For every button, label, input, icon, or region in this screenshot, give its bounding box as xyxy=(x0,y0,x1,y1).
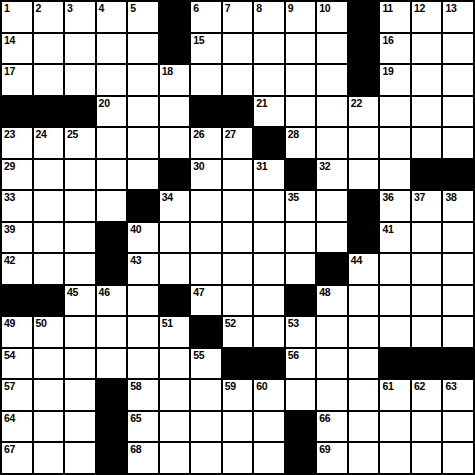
black-cell-r6c6 xyxy=(160,160,190,190)
cell-r3c15[interactable] xyxy=(443,65,473,95)
clue-number: 7 xyxy=(225,2,231,14)
cell-r6c8[interactable] xyxy=(223,160,253,190)
cell-r5c10[interactable]: 28 xyxy=(286,128,316,158)
cell-r13c8[interactable]: 59 xyxy=(223,380,253,410)
clue-number: 58 xyxy=(130,380,141,392)
black-cell-r14c10 xyxy=(286,412,316,442)
cell-r14c7[interactable] xyxy=(191,412,221,442)
clue-number: 48 xyxy=(319,286,330,298)
cell-r9c13[interactable] xyxy=(380,254,410,284)
cell-r8c9[interactable] xyxy=(254,223,284,253)
clue-number: 52 xyxy=(225,317,236,329)
cell-r2c10[interactable] xyxy=(286,34,316,64)
cell-r1c5[interactable]: 5 xyxy=(128,2,158,32)
cell-r15c1[interactable]: 67 xyxy=(2,443,32,473)
black-cell-r15c4 xyxy=(97,443,127,473)
cell-r9c6[interactable] xyxy=(160,254,190,284)
black-cell-r6c14 xyxy=(412,160,442,190)
cell-r3c7[interactable] xyxy=(191,65,221,95)
clue-number: 69 xyxy=(319,443,330,455)
clue-number: 22 xyxy=(351,97,362,109)
cell-r5c7[interactable]: 26 xyxy=(191,128,221,158)
black-cell-r13c4 xyxy=(97,380,127,410)
cell-r9c5[interactable]: 43 xyxy=(128,254,158,284)
clue-number: 41 xyxy=(382,223,393,235)
cell-r7c3[interactable] xyxy=(65,191,95,221)
clue-number: 62 xyxy=(414,380,425,392)
cell-r14c8[interactable] xyxy=(223,412,253,442)
black-cell-r7c5 xyxy=(128,191,158,221)
cell-r2c9[interactable] xyxy=(254,34,284,64)
cell-r7c8[interactable] xyxy=(223,191,253,221)
cell-r10c8[interactable] xyxy=(223,286,253,316)
cell-r1c14[interactable]: 12 xyxy=(412,2,442,32)
black-cell-r10c2 xyxy=(34,286,64,316)
cell-r13c1[interactable]: 57 xyxy=(2,380,32,410)
cell-r13c3[interactable] xyxy=(65,380,95,410)
cell-r7c1[interactable]: 33 xyxy=(2,191,32,221)
black-cell-r10c1 xyxy=(2,286,32,316)
cell-r14c6[interactable] xyxy=(160,412,190,442)
black-cell-r12c8 xyxy=(223,349,253,379)
cell-r15c5[interactable]: 68 xyxy=(128,443,158,473)
clue-number: 16 xyxy=(382,34,393,46)
cell-r8c6[interactable] xyxy=(160,223,190,253)
cell-r4c9[interactable]: 21 xyxy=(254,97,284,127)
clue-number: 18 xyxy=(162,65,173,77)
cell-r3c6[interactable]: 18 xyxy=(160,65,190,95)
cell-r2c7[interactable]: 15 xyxy=(191,34,221,64)
cell-r6c7[interactable]: 30 xyxy=(191,160,221,190)
clue-number: 35 xyxy=(288,191,299,203)
cell-r9c10[interactable] xyxy=(286,254,316,284)
cell-r3c14[interactable] xyxy=(412,65,442,95)
cell-r4c5[interactable] xyxy=(128,97,158,127)
clue-number: 29 xyxy=(4,160,15,172)
cell-r6c2[interactable] xyxy=(34,160,64,190)
cell-r10c3[interactable]: 45 xyxy=(65,286,95,316)
cell-r10c4[interactable]: 46 xyxy=(97,286,127,316)
cell-r13c13[interactable]: 61 xyxy=(380,380,410,410)
cell-r12c4[interactable] xyxy=(97,349,127,379)
cell-r3c2[interactable] xyxy=(34,65,64,95)
cell-r14c13[interactable] xyxy=(380,412,410,442)
cell-r14c11[interactable]: 66 xyxy=(317,412,347,442)
black-cell-r1c12 xyxy=(349,2,379,32)
clue-number: 68 xyxy=(130,443,141,455)
cell-r15c15[interactable] xyxy=(443,443,473,473)
cell-r12c3[interactable] xyxy=(65,349,95,379)
clue-number: 19 xyxy=(382,65,393,77)
cell-r14c3[interactable] xyxy=(65,412,95,442)
cell-r7c13[interactable]: 36 xyxy=(380,191,410,221)
clue-number: 64 xyxy=(4,412,15,424)
black-cell-r11c7 xyxy=(191,317,221,347)
black-cell-r4c8 xyxy=(223,97,253,127)
black-cell-r7c12 xyxy=(349,191,379,221)
clue-number: 36 xyxy=(382,191,393,203)
cell-r1c7[interactable]: 6 xyxy=(191,2,221,32)
cell-r13c9[interactable]: 60 xyxy=(254,380,284,410)
clue-number: 10 xyxy=(319,2,330,14)
cell-r7c2[interactable] xyxy=(34,191,64,221)
cell-r8c13[interactable]: 41 xyxy=(380,223,410,253)
clue-number: 12 xyxy=(414,2,425,14)
cell-r8c7[interactable] xyxy=(191,223,221,253)
clue-number: 26 xyxy=(193,128,204,140)
cell-r10c15[interactable] xyxy=(443,286,473,316)
clue-number: 60 xyxy=(256,380,267,392)
cell-r15c6[interactable] xyxy=(160,443,190,473)
black-cell-r4c2 xyxy=(34,97,64,127)
clue-number: 31 xyxy=(256,160,267,172)
cell-r14c12[interactable] xyxy=(349,412,379,442)
cell-r12c10[interactable]: 56 xyxy=(286,349,316,379)
cell-r15c8[interactable] xyxy=(223,443,253,473)
cell-r5c11[interactable] xyxy=(317,128,347,158)
clue-number: 38 xyxy=(445,191,456,203)
cell-r6c13[interactable] xyxy=(380,160,410,190)
cell-r6c5[interactable] xyxy=(128,160,158,190)
cell-r13c2[interactable] xyxy=(34,380,64,410)
clue-number: 27 xyxy=(225,128,236,140)
cell-r5c13[interactable] xyxy=(380,128,410,158)
clue-number: 56 xyxy=(288,349,299,361)
cell-r11c2[interactable]: 50 xyxy=(34,317,64,347)
cell-r3c1[interactable]: 17 xyxy=(2,65,32,95)
clue-number: 65 xyxy=(130,412,141,424)
cell-r12c12[interactable] xyxy=(349,349,379,379)
cell-r11c12[interactable] xyxy=(349,317,379,347)
cell-r11c11[interactable] xyxy=(317,317,347,347)
cell-r8c14[interactable] xyxy=(412,223,442,253)
cell-r6c4[interactable] xyxy=(97,160,127,190)
cell-r3c4[interactable] xyxy=(97,65,127,95)
cell-r1c1[interactable]: 1 xyxy=(2,2,32,32)
clue-number: 11 xyxy=(382,2,393,14)
cell-r1c10[interactable]: 9 xyxy=(286,2,316,32)
black-cell-r6c15 xyxy=(443,160,473,190)
cell-r7c11[interactable] xyxy=(317,191,347,221)
clue-number: 66 xyxy=(319,412,330,424)
cell-r5c3[interactable]: 25 xyxy=(65,128,95,158)
black-cell-r12c15 xyxy=(443,349,473,379)
clue-number: 5 xyxy=(130,2,136,14)
clue-number: 30 xyxy=(193,160,204,172)
cell-r3c9[interactable] xyxy=(254,65,284,95)
clue-number: 61 xyxy=(382,380,393,392)
cell-r12c5[interactable] xyxy=(128,349,158,379)
cell-r11c14[interactable] xyxy=(412,317,442,347)
cell-r2c8[interactable] xyxy=(223,34,253,64)
clue-number: 39 xyxy=(4,223,15,235)
black-cell-r15c10 xyxy=(286,443,316,473)
clue-number: 46 xyxy=(99,286,110,298)
cell-r5c8[interactable]: 27 xyxy=(223,128,253,158)
cell-r11c13[interactable] xyxy=(380,317,410,347)
cell-r6c1[interactable]: 29 xyxy=(2,160,32,190)
cell-r5c6[interactable] xyxy=(160,128,190,158)
cell-r3c10[interactable] xyxy=(286,65,316,95)
cell-r2c15[interactable] xyxy=(443,34,473,64)
cell-r10c14[interactable] xyxy=(412,286,442,316)
cell-r15c13[interactable] xyxy=(380,443,410,473)
black-cell-r3c12 xyxy=(349,65,379,95)
cell-r1c11[interactable]: 10 xyxy=(317,2,347,32)
black-cell-r10c6 xyxy=(160,286,190,316)
cell-r3c11[interactable] xyxy=(317,65,347,95)
cell-r9c12[interactable]: 44 xyxy=(349,254,379,284)
cell-r11c15[interactable] xyxy=(443,317,473,347)
cell-r7c4[interactable] xyxy=(97,191,127,221)
clue-number: 6 xyxy=(193,2,199,14)
cell-r2c4[interactable] xyxy=(97,34,127,64)
clue-number: 45 xyxy=(67,286,78,298)
cell-r6c11[interactable]: 32 xyxy=(317,160,347,190)
cell-r15c14[interactable] xyxy=(412,443,442,473)
cell-r2c5[interactable] xyxy=(128,34,158,64)
black-cell-r2c6 xyxy=(160,34,190,64)
clue-number: 53 xyxy=(288,317,299,329)
cell-r7c9[interactable] xyxy=(254,191,284,221)
cell-r11c8[interactable]: 52 xyxy=(223,317,253,347)
cell-r8c15[interactable] xyxy=(443,223,473,253)
black-cell-r5c9 xyxy=(254,128,284,158)
cell-r10c11[interactable]: 48 xyxy=(317,286,347,316)
clue-number: 17 xyxy=(4,65,15,77)
cell-r4c10[interactable] xyxy=(286,97,316,127)
cell-r10c9[interactable] xyxy=(254,286,284,316)
black-cell-r14c4 xyxy=(97,412,127,442)
clue-number: 59 xyxy=(225,380,236,392)
clue-number: 32 xyxy=(319,160,330,172)
cell-r12c1[interactable]: 54 xyxy=(2,349,32,379)
clue-number: 2 xyxy=(36,2,42,14)
clue-number: 42 xyxy=(4,254,15,266)
black-cell-r12c9 xyxy=(254,349,284,379)
cell-r5c4[interactable] xyxy=(97,128,127,158)
cell-r14c9[interactable] xyxy=(254,412,284,442)
cell-r9c1[interactable]: 42 xyxy=(2,254,32,284)
cell-r5c15[interactable] xyxy=(443,128,473,158)
clue-number: 13 xyxy=(445,2,456,14)
cell-r15c9[interactable] xyxy=(254,443,284,473)
cell-r8c3[interactable] xyxy=(65,223,95,253)
cell-r4c14[interactable] xyxy=(412,97,442,127)
black-cell-r10c10 xyxy=(286,286,316,316)
cell-r2c13[interactable]: 16 xyxy=(380,34,410,64)
cell-r10c5[interactable] xyxy=(128,286,158,316)
cell-r6c12[interactable] xyxy=(349,160,379,190)
cell-r8c11[interactable] xyxy=(317,223,347,253)
clue-number: 4 xyxy=(99,2,105,14)
clue-number: 24 xyxy=(36,128,47,140)
cell-r14c15[interactable] xyxy=(443,412,473,442)
cell-r11c4[interactable] xyxy=(97,317,127,347)
clue-number: 14 xyxy=(4,34,15,46)
cell-r11c1[interactable]: 49 xyxy=(2,317,32,347)
cell-r7c10[interactable]: 35 xyxy=(286,191,316,221)
cell-r1c4[interactable]: 4 xyxy=(97,2,127,32)
cell-r13c11[interactable] xyxy=(317,380,347,410)
clue-number: 54 xyxy=(4,349,15,361)
cell-r1c8[interactable]: 7 xyxy=(223,2,253,32)
black-cell-r4c3 xyxy=(65,97,95,127)
cell-r11c9[interactable] xyxy=(254,317,284,347)
clue-number: 51 xyxy=(162,317,173,329)
black-cell-r12c14 xyxy=(412,349,442,379)
clue-number: 44 xyxy=(351,254,362,266)
cell-r2c1[interactable]: 14 xyxy=(2,34,32,64)
cell-r13c6[interactable] xyxy=(160,380,190,410)
cell-r12c6[interactable] xyxy=(160,349,190,379)
cell-r6c9[interactable]: 31 xyxy=(254,160,284,190)
cell-r1c13[interactable]: 11 xyxy=(380,2,410,32)
clue-number: 9 xyxy=(288,2,294,14)
cell-r1c3[interactable]: 3 xyxy=(65,2,95,32)
cell-r5c5[interactable] xyxy=(128,128,158,158)
clue-number: 33 xyxy=(4,191,15,203)
cell-r1c15[interactable]: 13 xyxy=(443,2,473,32)
cell-r13c12[interactable] xyxy=(349,380,379,410)
cell-r11c5[interactable] xyxy=(128,317,158,347)
black-cell-r9c11 xyxy=(317,254,347,284)
cell-r8c2[interactable] xyxy=(34,223,64,253)
cell-r1c9[interactable]: 8 xyxy=(254,2,284,32)
cell-r4c15[interactable] xyxy=(443,97,473,127)
cell-r7c14[interactable]: 37 xyxy=(412,191,442,221)
cell-r2c3[interactable] xyxy=(65,34,95,64)
cell-r10c13[interactable] xyxy=(380,286,410,316)
cell-r12c2[interactable] xyxy=(34,349,64,379)
clue-number: 63 xyxy=(445,380,456,392)
cell-r8c5[interactable]: 40 xyxy=(128,223,158,253)
cell-r11c6[interactable]: 51 xyxy=(160,317,190,347)
cell-r12c11[interactable] xyxy=(317,349,347,379)
clue-number: 8 xyxy=(256,2,262,14)
cell-r11c10[interactable]: 53 xyxy=(286,317,316,347)
cell-r4c4[interactable]: 20 xyxy=(97,97,127,127)
clue-number: 25 xyxy=(67,128,78,140)
cell-r8c1[interactable]: 39 xyxy=(2,223,32,253)
black-cell-r8c4 xyxy=(97,223,127,253)
cell-r15c3[interactable] xyxy=(65,443,95,473)
black-cell-r9c4 xyxy=(97,254,127,284)
cell-r7c7[interactable] xyxy=(191,191,221,221)
cell-r14c1[interactable]: 64 xyxy=(2,412,32,442)
clue-number: 49 xyxy=(4,317,15,329)
cell-r15c2[interactable] xyxy=(34,443,64,473)
cell-r9c7[interactable] xyxy=(191,254,221,284)
cell-r10c7[interactable]: 47 xyxy=(191,286,221,316)
clue-number: 23 xyxy=(4,128,15,140)
cell-r13c15[interactable]: 63 xyxy=(443,380,473,410)
cell-r9c3[interactable] xyxy=(65,254,95,284)
cell-r13c14[interactable]: 62 xyxy=(412,380,442,410)
clue-number: 28 xyxy=(288,128,299,140)
cell-r7c6[interactable]: 34 xyxy=(160,191,190,221)
cell-r13c5[interactable]: 58 xyxy=(128,380,158,410)
cell-r4c6[interactable] xyxy=(160,97,190,127)
black-cell-r2c12 xyxy=(349,34,379,64)
cell-r9c2[interactable] xyxy=(34,254,64,284)
clue-number: 50 xyxy=(36,317,47,329)
cell-r7c15[interactable]: 38 xyxy=(443,191,473,221)
cell-r8c10[interactable] xyxy=(286,223,316,253)
cell-r1c2[interactable]: 2 xyxy=(34,2,64,32)
cell-r8c8[interactable] xyxy=(223,223,253,253)
cell-r10c12[interactable] xyxy=(349,286,379,316)
cell-r5c1[interactable]: 23 xyxy=(2,128,32,158)
black-cell-r4c7 xyxy=(191,97,221,127)
cell-r12c7[interactable]: 55 xyxy=(191,349,221,379)
cell-r3c3[interactable] xyxy=(65,65,95,95)
clue-number: 21 xyxy=(256,97,267,109)
cell-r14c14[interactable] xyxy=(412,412,442,442)
black-cell-r8c12 xyxy=(349,223,379,253)
clue-number: 15 xyxy=(193,34,204,46)
clue-number: 34 xyxy=(162,191,173,203)
black-cell-r6c10 xyxy=(286,160,316,190)
cell-r2c2[interactable] xyxy=(34,34,64,64)
clue-number: 1 xyxy=(4,2,10,14)
cell-r15c12[interactable] xyxy=(349,443,379,473)
cell-r9c9[interactable] xyxy=(254,254,284,284)
clue-number: 20 xyxy=(99,97,110,109)
clue-number: 55 xyxy=(193,349,204,361)
cell-r6c3[interactable] xyxy=(65,160,95,190)
cell-r2c11[interactable] xyxy=(317,34,347,64)
clue-number: 37 xyxy=(414,191,425,203)
cell-r9c15[interactable] xyxy=(443,254,473,284)
cell-r13c7[interactable] xyxy=(191,380,221,410)
cell-r11c3[interactable] xyxy=(65,317,95,347)
cell-r14c2[interactable] xyxy=(34,412,64,442)
cell-r2c14[interactable] xyxy=(412,34,442,64)
cell-r3c13[interactable]: 19 xyxy=(380,65,410,95)
cell-r13c10[interactable] xyxy=(286,380,316,410)
cell-r5c14[interactable] xyxy=(412,128,442,158)
cell-r5c12[interactable] xyxy=(349,128,379,158)
clue-number: 3 xyxy=(67,2,73,14)
clue-number: 40 xyxy=(130,223,141,235)
cell-r14c5[interactable]: 65 xyxy=(128,412,158,442)
cell-r4c13[interactable] xyxy=(380,97,410,127)
clue-number: 47 xyxy=(193,286,204,298)
clue-number: 43 xyxy=(130,254,141,266)
black-cell-r4c1 xyxy=(2,97,32,127)
cell-r3c8[interactable] xyxy=(223,65,253,95)
cell-r9c8[interactable] xyxy=(223,254,253,284)
cell-r4c11[interactable] xyxy=(317,97,347,127)
cell-r15c11[interactable]: 69 xyxy=(317,443,347,473)
cell-r3c5[interactable] xyxy=(128,65,158,95)
crossword-puzzle: 1234567891011121314151617181920212223242… xyxy=(0,0,475,475)
cell-r9c14[interactable] xyxy=(412,254,442,284)
cell-r15c7[interactable] xyxy=(191,443,221,473)
cell-r5c2[interactable]: 24 xyxy=(34,128,64,158)
black-cell-r12c13 xyxy=(380,349,410,379)
clue-number: 67 xyxy=(4,443,15,455)
clue-number: 57 xyxy=(4,380,15,392)
crossword-grid: 1234567891011121314151617181920212223242… xyxy=(0,0,475,475)
black-cell-r1c6 xyxy=(160,2,190,32)
cell-r4c12[interactable]: 22 xyxy=(349,97,379,127)
